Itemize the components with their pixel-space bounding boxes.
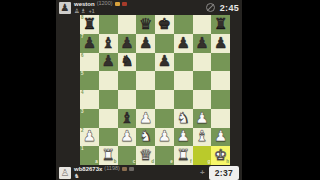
square-b3[interactable] <box>99 109 118 128</box>
square-d7[interactable]: ♟ <box>136 34 155 53</box>
piece-white-bishop[interactable]: ♝ <box>195 129 208 144</box>
square-a1[interactable]: 1a <box>80 146 99 165</box>
bottom-player-avatar[interactable]: ♙ <box>59 167 71 179</box>
piece-black-pawn[interactable]: ♟ <box>139 36 152 51</box>
rank-coordinate-label: 6 <box>81 54 84 59</box>
square-d2[interactable]: ♞ <box>136 128 155 147</box>
rank-coordinate-label: 1 <box>81 147 84 152</box>
player-badge-icon <box>122 167 127 171</box>
square-c3[interactable]: ♝ <box>118 109 137 128</box>
focus-mode-icon[interactable] <box>206 3 215 12</box>
square-h2[interactable]: ♟ <box>211 128 230 147</box>
square-a4[interactable]: 4 <box>80 90 99 109</box>
square-h7[interactable]: ♟ <box>211 34 230 53</box>
piece-black-pawn[interactable]: ♟ <box>120 36 133 51</box>
piece-white-knight[interactable]: ♞ <box>176 111 189 126</box>
square-g6[interactable] <box>193 53 212 72</box>
rank-coordinate-label: 2 <box>81 129 84 134</box>
square-g4[interactable] <box>193 90 212 109</box>
piece-black-pawn[interactable]: ♟ <box>176 36 189 51</box>
square-h4[interactable] <box>211 90 230 109</box>
piece-black-king[interactable]: ♚ <box>158 17 171 32</box>
top-player-name[interactable]: weston <box>74 1 95 7</box>
square-d4[interactable] <box>136 90 155 109</box>
square-e7[interactable] <box>155 34 174 53</box>
square-f6[interactable] <box>174 53 193 72</box>
file-coordinate-label: b <box>114 160 117 165</box>
bottom-player-rating: (1198) <box>104 166 120 172</box>
piece-white-pawn[interactable]: ♟ <box>176 129 189 144</box>
square-h3[interactable] <box>211 109 230 128</box>
square-a7[interactable]: 7♟ <box>80 34 99 53</box>
square-e4[interactable] <box>155 90 174 109</box>
square-d6[interactable] <box>136 53 155 72</box>
rank-coordinate-label: 7 <box>81 35 84 40</box>
piece-black-bishop[interactable]: ♝ <box>120 111 133 126</box>
file-coordinate-label: f <box>190 160 192 165</box>
square-d8[interactable]: ♛ <box>136 15 155 34</box>
bottom-player-badges <box>122 167 134 171</box>
app-stage: ♟ weston (1200) ♙♗ +1 2:45 8♜♛♚♜7♟♝♟♟♟♟♟… <box>56 0 242 180</box>
square-b2[interactable] <box>99 128 118 147</box>
square-b5[interactable] <box>99 71 118 90</box>
piece-white-pawn[interactable]: ♟ <box>214 129 227 144</box>
file-coordinate-label: c <box>133 160 136 165</box>
square-c7[interactable]: ♟ <box>118 34 137 53</box>
square-f8[interactable] <box>174 15 193 34</box>
piece-white-pawn[interactable]: ♟ <box>158 129 171 144</box>
square-c2[interactable]: ♟ <box>118 128 137 147</box>
square-e1[interactable]: e <box>155 146 174 165</box>
piece-white-rook[interactable]: ♜ <box>176 148 189 163</box>
player-badge-icon <box>122 2 127 6</box>
file-coordinate-label: h <box>226 160 229 165</box>
square-g3[interactable]: ♟ <box>193 109 212 128</box>
square-e3[interactable] <box>155 109 174 128</box>
square-b8[interactable] <box>99 15 118 34</box>
piece-black-pawn[interactable]: ♟ <box>101 54 114 69</box>
piece-white-pawn[interactable]: ♟ <box>195 111 208 126</box>
piece-black-rook[interactable]: ♜ <box>214 17 227 32</box>
top-player-avatar[interactable]: ♟ <box>59 2 71 14</box>
square-c1[interactable]: c <box>118 146 137 165</box>
piece-black-rook[interactable]: ♜ <box>83 17 96 32</box>
square-d3[interactable]: ♟ <box>136 109 155 128</box>
square-a5[interactable]: 5 <box>80 71 99 90</box>
square-d1[interactable]: d♛ <box>136 146 155 165</box>
file-coordinate-label: e <box>170 160 173 165</box>
piece-black-knight[interactable]: ♞ <box>120 54 133 69</box>
square-h6[interactable] <box>211 53 230 72</box>
top-player-bar: ♟ weston (1200) ♙♗ +1 2:45 <box>56 0 242 15</box>
square-e2[interactable]: ♟ <box>155 128 174 147</box>
square-f2[interactable]: ♟ <box>174 128 193 147</box>
file-coordinate-label: a <box>95 160 98 165</box>
avatar-piece-icon: ♟ <box>61 3 70 13</box>
square-f4[interactable] <box>174 90 193 109</box>
square-h8[interactable]: ♜ <box>211 15 230 34</box>
bottom-player-clock: 2:37 <box>209 166 239 180</box>
square-g8[interactable] <box>193 15 212 34</box>
rank-coordinate-label: 5 <box>81 72 84 77</box>
top-player-info: weston (1200) ♙♗ +1 <box>74 1 127 14</box>
square-f7[interactable]: ♟ <box>174 34 193 53</box>
top-captured-pieces: ♙♗ <box>74 8 87 14</box>
file-coordinate-label: d <box>151 160 154 165</box>
square-f3[interactable]: ♞ <box>174 109 193 128</box>
player-badge-icon <box>129 167 134 171</box>
square-a6[interactable]: 6 <box>80 53 99 72</box>
square-b4[interactable] <box>99 90 118 109</box>
square-f1[interactable]: f♜ <box>174 146 193 165</box>
square-c4[interactable] <box>118 90 137 109</box>
square-h5[interactable] <box>211 71 230 90</box>
piece-black-pawn[interactable]: ♟ <box>214 36 227 51</box>
top-player-rating: (1200) <box>97 1 113 7</box>
rank-coordinate-label: 3 <box>81 110 84 115</box>
chess-board[interactable]: 8♜♛♚♜7♟♝♟♟♟♟♟6♟♞♟543♝♟♞♟2♟♟♞♟♟♝♟1ab♜cd♛e… <box>80 15 230 165</box>
square-g5[interactable] <box>193 71 212 90</box>
bottom-player-name[interactable]: wb82673x <box>74 166 102 172</box>
top-player-clock: 2:45 <box>220 3 239 13</box>
square-f5[interactable] <box>174 71 193 90</box>
piece-black-bishop[interactable]: ♝ <box>101 36 114 51</box>
piece-black-pawn[interactable]: ♟ <box>83 36 96 51</box>
player-badge-icon <box>115 2 120 6</box>
avatar-piece-icon: ♙ <box>61 168 70 178</box>
square-e8[interactable]: ♚ <box>155 15 174 34</box>
square-g2[interactable]: ♝ <box>193 128 212 147</box>
top-player-badges <box>115 2 127 6</box>
square-b7[interactable]: ♝ <box>99 34 118 53</box>
square-g7[interactable]: ♟ <box>193 34 212 53</box>
square-a8[interactable]: 8♜ <box>80 15 99 34</box>
square-a2[interactable]: 2♟ <box>80 128 99 147</box>
file-coordinate-label: g <box>208 160 211 165</box>
piece-white-pawn[interactable]: ♟ <box>83 129 96 144</box>
piece-white-pawn[interactable]: ♟ <box>139 111 152 126</box>
piece-black-pawn[interactable]: ♟ <box>158 54 171 69</box>
square-e5[interactable] <box>155 71 174 90</box>
square-b1[interactable]: b♜ <box>99 146 118 165</box>
square-c6[interactable]: ♞ <box>118 53 137 72</box>
rank-coordinate-label: 8 <box>81 16 84 21</box>
video-frame: ♟ weston (1200) ♙♗ +1 2:45 8♜♛♚♜7♟♝♟♟♟♟♟… <box>0 0 320 180</box>
rank-coordinate-label: 4 <box>81 91 84 96</box>
square-c5[interactable] <box>118 71 137 90</box>
square-a3[interactable]: 3 <box>80 109 99 128</box>
piece-white-pawn[interactable]: ♟ <box>120 129 133 144</box>
bottom-player-bar: ♙ wb82673x (1198) ♞ + 2:37 <box>56 165 242 180</box>
piece-black-pawn[interactable]: ♟ <box>195 36 208 51</box>
square-c8[interactable] <box>118 15 137 34</box>
square-h1[interactable]: h♚ <box>211 146 230 165</box>
bottom-player-info: wb82673x (1198) ♞ <box>74 166 134 179</box>
bottom-captured-pieces: ♞ <box>74 173 80 179</box>
piece-white-knight[interactable]: ♞ <box>139 129 152 144</box>
square-b6[interactable]: ♟ <box>99 53 118 72</box>
square-e6[interactable]: ♟ <box>155 53 174 72</box>
piece-black-queen[interactable]: ♛ <box>139 17 152 32</box>
square-d5[interactable] <box>136 71 155 90</box>
square-g1[interactable]: g <box>193 146 212 165</box>
add-time-icon[interactable]: + <box>200 169 205 177</box>
top-material-score: +1 <box>89 9 95 14</box>
